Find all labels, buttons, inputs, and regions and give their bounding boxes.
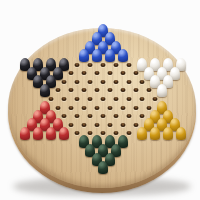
hole-opening: [114, 131, 119, 135]
hole-opening: [94, 106, 99, 110]
hole-opening: [75, 80, 80, 84]
hole[interactable]: [113, 146, 120, 155]
hole-opening: [107, 123, 112, 127]
hole[interactable]: [146, 86, 153, 95]
hole[interactable]: [81, 52, 88, 61]
hole-opening: [133, 123, 138, 127]
hole[interactable]: [48, 95, 55, 104]
hole-opening: [62, 97, 67, 101]
hole[interactable]: [61, 112, 68, 121]
hole-opening: [127, 97, 132, 101]
hole-opening: [88, 80, 93, 84]
hole[interactable]: [68, 103, 75, 112]
hole-opening: [101, 80, 106, 84]
hole[interactable]: [133, 103, 140, 112]
hole[interactable]: [87, 78, 94, 87]
photo-background: [0, 0, 200, 200]
hole-opening: [114, 114, 119, 118]
red-peg[interactable]: [46, 127, 56, 140]
hole-opening: [55, 106, 60, 110]
hole-opening: [94, 123, 99, 127]
hole[interactable]: [120, 52, 127, 61]
hole-opening: [62, 114, 67, 118]
hole-opening: [75, 63, 80, 67]
hole-opening: [75, 114, 80, 118]
hole[interactable]: [81, 69, 88, 78]
hole[interactable]: [100, 95, 107, 104]
hole[interactable]: [48, 78, 55, 87]
hole[interactable]: [68, 121, 75, 130]
hole[interactable]: [107, 69, 114, 78]
hole-opening: [127, 63, 132, 67]
hole[interactable]: [113, 112, 120, 121]
hole-opening: [49, 97, 54, 101]
red-peg[interactable]: [59, 127, 69, 140]
hole-opening: [140, 114, 145, 118]
yellow-peg[interactable]: [137, 127, 147, 140]
hole-opening: [120, 71, 125, 75]
hole-opening: [81, 88, 86, 92]
hole[interactable]: [126, 78, 133, 87]
hole[interactable]: [139, 129, 146, 138]
hole-opening: [94, 71, 99, 75]
hole[interactable]: [94, 86, 101, 95]
hole-opening: [120, 88, 125, 92]
hole-opening: [101, 63, 106, 67]
hole-opening: [88, 114, 93, 118]
hole-opening: [146, 106, 151, 110]
hole-opening: [75, 97, 80, 101]
hole[interactable]: [100, 112, 107, 121]
board: [8, 28, 196, 188]
hole[interactable]: [87, 95, 94, 104]
hole[interactable]: [81, 103, 88, 112]
yellow-peg[interactable]: [176, 127, 186, 140]
star-grid: [22, 26, 185, 172]
dark-green-peg[interactable]: [98, 161, 108, 174]
hole[interactable]: [94, 121, 101, 130]
hole[interactable]: [139, 78, 146, 87]
hole[interactable]: [107, 155, 114, 164]
hole[interactable]: [81, 86, 88, 95]
hole-opening: [107, 106, 112, 110]
yellow-peg[interactable]: [163, 127, 173, 140]
hole-opening: [120, 123, 125, 127]
hole[interactable]: [22, 129, 29, 138]
hole[interactable]: [61, 60, 68, 69]
hole[interactable]: [126, 112, 133, 121]
hole[interactable]: [178, 129, 185, 138]
hole[interactable]: [120, 69, 127, 78]
hole[interactable]: [35, 129, 42, 138]
hole[interactable]: [113, 60, 120, 69]
hole-opening: [107, 88, 112, 92]
hole[interactable]: [42, 86, 49, 95]
hole[interactable]: [55, 103, 62, 112]
hole[interactable]: [107, 121, 114, 130]
hole[interactable]: [113, 95, 120, 104]
hole[interactable]: [94, 52, 101, 61]
hole[interactable]: [120, 103, 127, 112]
hole[interactable]: [55, 86, 62, 95]
hole[interactable]: [55, 69, 62, 78]
hole[interactable]: [61, 78, 68, 87]
hole-opening: [107, 71, 112, 75]
hole-opening: [81, 71, 86, 75]
hole-opening: [62, 80, 67, 84]
hole-opening: [146, 88, 151, 92]
hole-opening: [120, 106, 125, 110]
hole-opening: [101, 131, 106, 135]
hole[interactable]: [126, 60, 133, 69]
hole-opening: [127, 80, 132, 84]
hole-opening: [81, 123, 86, 127]
hole[interactable]: [74, 95, 81, 104]
hole-opening: [68, 123, 73, 127]
hole[interactable]: [139, 95, 146, 104]
hole[interactable]: [94, 69, 101, 78]
hole-opening: [114, 80, 119, 84]
hole[interactable]: [94, 103, 101, 112]
hole-opening: [68, 106, 73, 110]
hole-opening: [75, 131, 80, 135]
hole[interactable]: [165, 129, 172, 138]
hole-opening: [94, 88, 99, 92]
hole[interactable]: [120, 121, 127, 130]
hole[interactable]: [100, 164, 107, 173]
hole[interactable]: [68, 86, 75, 95]
hole[interactable]: [133, 69, 140, 78]
hole[interactable]: [61, 129, 68, 138]
hole[interactable]: [178, 60, 185, 69]
hole[interactable]: [74, 112, 81, 121]
hole[interactable]: [87, 112, 94, 121]
hole-opening: [81, 106, 86, 110]
hole[interactable]: [133, 86, 140, 95]
hole-opening: [68, 71, 73, 75]
hole-opening: [88, 131, 93, 135]
hole-opening: [114, 63, 119, 67]
hole[interactable]: [68, 69, 75, 78]
hole-opening: [127, 131, 132, 135]
hole-opening: [140, 97, 145, 101]
hole[interactable]: [159, 86, 166, 95]
hole[interactable]: [107, 52, 114, 61]
hole[interactable]: [74, 60, 81, 69]
hole[interactable]: [120, 86, 127, 95]
hole-opening: [68, 88, 73, 92]
hole-opening: [101, 97, 106, 101]
hole-opening: [88, 97, 93, 101]
hole[interactable]: [172, 69, 179, 78]
hole-opening: [114, 97, 119, 101]
hole[interactable]: [107, 103, 114, 112]
hole[interactable]: [165, 78, 172, 87]
hole-opening: [133, 71, 138, 75]
hole-opening: [140, 80, 145, 84]
hole[interactable]: [87, 60, 94, 69]
hole-opening: [88, 63, 93, 67]
hole-opening: [133, 88, 138, 92]
red-peg[interactable]: [33, 127, 43, 140]
yellow-peg[interactable]: [150, 127, 160, 140]
red-peg[interactable]: [20, 127, 30, 140]
hole[interactable]: [100, 78, 107, 87]
hole[interactable]: [81, 121, 88, 130]
hole-opening: [133, 106, 138, 110]
hole[interactable]: [120, 138, 127, 147]
hole[interactable]: [113, 78, 120, 87]
hole[interactable]: [61, 95, 68, 104]
hole-opening: [101, 114, 106, 118]
hole[interactable]: [126, 129, 133, 138]
hole[interactable]: [74, 78, 81, 87]
hole[interactable]: [48, 129, 55, 138]
hole-opening: [153, 97, 158, 101]
hole-opening: [127, 114, 132, 118]
hole[interactable]: [100, 60, 107, 69]
hole[interactable]: [152, 129, 159, 138]
hole[interactable]: [126, 95, 133, 104]
hole[interactable]: [107, 86, 114, 95]
hole-opening: [55, 88, 60, 92]
